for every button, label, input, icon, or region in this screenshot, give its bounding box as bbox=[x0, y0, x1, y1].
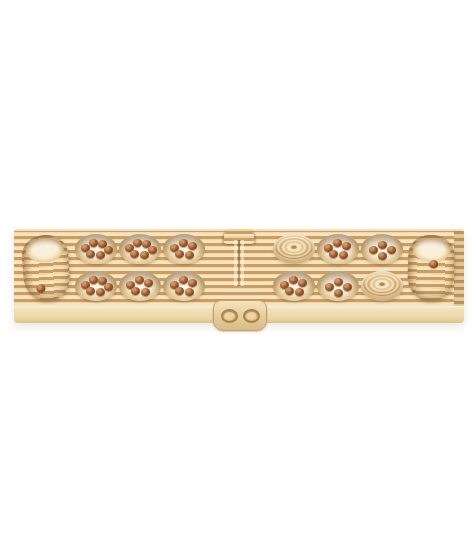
seed bbox=[96, 251, 105, 259]
seed bbox=[333, 239, 342, 247]
pit-top-3[interactable] bbox=[163, 234, 205, 264]
right-store[interactable] bbox=[407, 234, 455, 302]
seed bbox=[96, 288, 105, 296]
seed bbox=[343, 283, 352, 291]
mancala-board bbox=[14, 229, 464, 323]
seed bbox=[175, 287, 184, 295]
seed bbox=[185, 251, 194, 259]
seed bbox=[342, 242, 351, 250]
seed bbox=[140, 251, 149, 259]
seed bbox=[285, 287, 294, 295]
seed bbox=[325, 283, 334, 291]
pit-bottom-4[interactable] bbox=[273, 271, 315, 301]
seed bbox=[175, 250, 184, 258]
pit-bottom-6[interactable] bbox=[361, 271, 403, 301]
seed bbox=[179, 276, 188, 284]
seed bbox=[188, 279, 197, 287]
seed bbox=[131, 287, 140, 295]
fold-seam bbox=[238, 240, 240, 286]
seed bbox=[378, 241, 387, 249]
pit-bottom-2[interactable] bbox=[119, 271, 161, 301]
seed bbox=[298, 279, 307, 287]
seed bbox=[141, 288, 150, 296]
pit-top-6[interactable] bbox=[361, 234, 403, 264]
pit-top-5[interactable] bbox=[317, 234, 359, 264]
pit-bottom-5[interactable] bbox=[317, 271, 359, 301]
seed bbox=[295, 288, 304, 296]
hinge-plate bbox=[213, 300, 267, 331]
seed bbox=[334, 278, 343, 286]
seed bbox=[378, 252, 387, 260]
seed bbox=[130, 250, 139, 258]
seed bbox=[329, 250, 338, 258]
seed bbox=[289, 276, 298, 284]
seed bbox=[135, 276, 144, 284]
seed bbox=[188, 242, 197, 250]
seed bbox=[387, 246, 396, 254]
pit-bottom-3[interactable] bbox=[163, 271, 205, 301]
pit-bottom-1[interactable] bbox=[75, 271, 117, 301]
seed bbox=[185, 288, 194, 296]
seed bbox=[89, 276, 98, 284]
seed bbox=[36, 284, 46, 293]
hinge-rivet-icon bbox=[221, 309, 238, 323]
pit-top-4[interactable] bbox=[273, 234, 315, 264]
seed bbox=[339, 251, 348, 259]
board-surface bbox=[14, 229, 464, 306]
seed bbox=[86, 287, 95, 295]
seed bbox=[429, 259, 438, 267]
seed bbox=[104, 246, 113, 254]
seed bbox=[86, 250, 95, 258]
seed bbox=[104, 283, 113, 291]
seed bbox=[89, 239, 98, 247]
left-store[interactable] bbox=[21, 233, 71, 302]
seed bbox=[334, 289, 343, 297]
seed bbox=[179, 239, 188, 247]
seed bbox=[144, 279, 153, 287]
product-photo bbox=[0, 0, 476, 550]
seed bbox=[133, 239, 142, 247]
seed bbox=[148, 246, 157, 254]
seed bbox=[369, 246, 378, 254]
pit-top-2[interactable] bbox=[119, 234, 161, 264]
hinge-rivet-icon bbox=[243, 309, 260, 323]
pit-top-1[interactable] bbox=[75, 234, 117, 264]
